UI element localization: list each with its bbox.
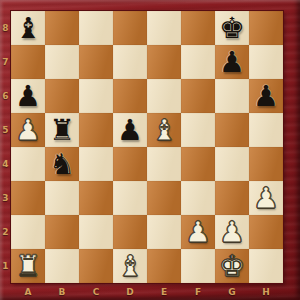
square-e5[interactable]: ♝ (147, 113, 181, 147)
square-h4[interactable] (249, 147, 283, 181)
square-b4[interactable]: ♞ (45, 147, 79, 181)
square-d8[interactable] (113, 11, 147, 45)
chess-board-frame: 87654321 ♝♚♟♟♟♟♜♟♝♞♟♟♟♜♝♚ ABCDEFGH (0, 0, 300, 300)
square-g6[interactable] (215, 79, 249, 113)
rank-label-7: 7 (0, 45, 11, 79)
square-e2[interactable] (147, 215, 181, 249)
square-g4[interactable] (215, 147, 249, 181)
file-label-f: F (181, 283, 215, 300)
square-b5[interactable]: ♜ (45, 113, 79, 147)
white-bishop-d1[interactable]: ♝ (117, 249, 143, 283)
file-label-d: D (113, 283, 147, 300)
square-d1[interactable]: ♝ (113, 249, 147, 283)
square-a8[interactable]: ♝ (11, 11, 45, 45)
black-king-g8[interactable]: ♚ (219, 11, 245, 45)
black-pawn-h6[interactable]: ♟ (253, 79, 279, 113)
square-e7[interactable] (147, 45, 181, 79)
square-d5[interactable]: ♟ (113, 113, 147, 147)
white-king-g1[interactable]: ♚ (219, 249, 245, 283)
square-a7[interactable] (11, 45, 45, 79)
square-b8[interactable] (45, 11, 79, 45)
square-g5[interactable] (215, 113, 249, 147)
square-c4[interactable] (79, 147, 113, 181)
square-f2[interactable]: ♟ (181, 215, 215, 249)
black-knight-b4[interactable]: ♞ (49, 147, 75, 181)
square-f5[interactable] (181, 113, 215, 147)
square-h2[interactable] (249, 215, 283, 249)
square-g8[interactable]: ♚ (215, 11, 249, 45)
square-h7[interactable] (249, 45, 283, 79)
file-label-h: H (249, 283, 283, 300)
square-d7[interactable] (113, 45, 147, 79)
square-a3[interactable] (11, 181, 45, 215)
file-label-g: G (215, 283, 249, 300)
square-e8[interactable] (147, 11, 181, 45)
black-rook-b5[interactable]: ♜ (49, 113, 75, 147)
square-g3[interactable] (215, 181, 249, 215)
square-f1[interactable] (181, 249, 215, 283)
black-pawn-a6[interactable]: ♟ (15, 79, 41, 113)
file-label-b: B (45, 283, 79, 300)
file-labels: ABCDEFGH (11, 283, 283, 300)
square-b6[interactable] (45, 79, 79, 113)
white-pawn-f2[interactable]: ♟ (185, 215, 211, 249)
square-c3[interactable] (79, 181, 113, 215)
square-c1[interactable] (79, 249, 113, 283)
white-rook-a1[interactable]: ♜ (15, 249, 41, 283)
white-pawn-a5[interactable]: ♟ (15, 113, 41, 147)
rank-labels: 87654321 (0, 11, 11, 283)
square-a5[interactable]: ♟ (11, 113, 45, 147)
white-pawn-g2[interactable]: ♟ (219, 215, 245, 249)
square-a6[interactable]: ♟ (11, 79, 45, 113)
square-a1[interactable]: ♜ (11, 249, 45, 283)
square-d6[interactable] (113, 79, 147, 113)
square-d2[interactable] (113, 215, 147, 249)
square-f8[interactable] (181, 11, 215, 45)
square-h6[interactable]: ♟ (249, 79, 283, 113)
board[interactable]: ♝♚♟♟♟♟♜♟♝♞♟♟♟♜♝♚ (11, 11, 283, 283)
square-f7[interactable] (181, 45, 215, 79)
square-a2[interactable] (11, 215, 45, 249)
square-h5[interactable] (249, 113, 283, 147)
white-bishop-e5[interactable]: ♝ (151, 113, 177, 147)
rank-label-8: 8 (0, 11, 11, 45)
white-pawn-h3[interactable]: ♟ (253, 181, 279, 215)
square-g7[interactable]: ♟ (215, 45, 249, 79)
file-label-c: C (79, 283, 113, 300)
square-d3[interactable] (113, 181, 147, 215)
square-h8[interactable] (249, 11, 283, 45)
black-pawn-d5[interactable]: ♟ (117, 113, 143, 147)
square-c7[interactable] (79, 45, 113, 79)
square-f6[interactable] (181, 79, 215, 113)
rank-label-4: 4 (0, 147, 11, 181)
square-b7[interactable] (45, 45, 79, 79)
square-b1[interactable] (45, 249, 79, 283)
square-c6[interactable] (79, 79, 113, 113)
file-label-e: E (147, 283, 181, 300)
square-e6[interactable] (147, 79, 181, 113)
rank-label-5: 5 (0, 113, 11, 147)
square-e3[interactable] (147, 181, 181, 215)
rank-label-2: 2 (0, 215, 11, 249)
square-a4[interactable] (11, 147, 45, 181)
square-g1[interactable]: ♚ (215, 249, 249, 283)
rank-label-1: 1 (0, 249, 11, 283)
rank-label-6: 6 (0, 79, 11, 113)
black-bishop-a8[interactable]: ♝ (15, 11, 41, 45)
rank-label-3: 3 (0, 181, 11, 215)
square-g2[interactable]: ♟ (215, 215, 249, 249)
square-h3[interactable]: ♟ (249, 181, 283, 215)
file-label-a: A (11, 283, 45, 300)
square-f4[interactable] (181, 147, 215, 181)
square-d4[interactable] (113, 147, 147, 181)
square-f3[interactable] (181, 181, 215, 215)
square-h1[interactable] (249, 249, 283, 283)
square-c2[interactable] (79, 215, 113, 249)
square-c5[interactable] (79, 113, 113, 147)
square-b2[interactable] (45, 215, 79, 249)
black-pawn-g7[interactable]: ♟ (219, 45, 245, 79)
square-b3[interactable] (45, 181, 79, 215)
square-e4[interactable] (147, 147, 181, 181)
square-e1[interactable] (147, 249, 181, 283)
square-c8[interactable] (79, 11, 113, 45)
